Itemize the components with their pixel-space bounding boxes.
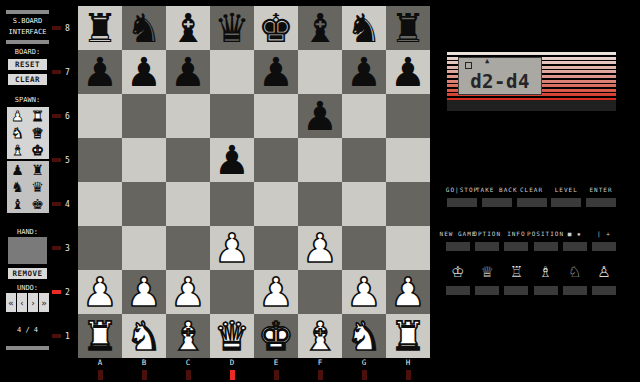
queen-piece-icon: ♕ xyxy=(480,264,493,282)
file-marker-h xyxy=(406,370,411,380)
spawn-black-rook-button[interactable]: ♜ xyxy=(28,162,47,178)
divider xyxy=(6,40,49,44)
white-pawn[interactable]: ♟ xyxy=(214,226,250,270)
file-label-c: C xyxy=(166,358,210,367)
knight-piece-icon: ♘ xyxy=(568,264,581,282)
file-label-f: F xyxy=(298,358,342,367)
square-g6[interactable] xyxy=(342,94,386,138)
rank-label-6: 6 xyxy=(65,112,70,121)
white-pawn[interactable]: ♟ xyxy=(170,270,206,314)
square-g4[interactable] xyxy=(342,182,386,226)
black-rook[interactable]: ♜ xyxy=(82,6,118,50)
rank-marker-4 xyxy=(52,202,61,206)
black-king[interactable]: ♚ xyxy=(258,6,294,50)
square-g5[interactable] xyxy=(342,138,386,182)
rank-row-5: 5 xyxy=(52,138,78,182)
rook-piece-icon: ♖ xyxy=(510,264,523,282)
go-stop-label: GO|STOP xyxy=(446,186,478,194)
square-c7[interactable]: ♟ xyxy=(166,50,210,94)
spawn-black-knight-button[interactable]: ♞ xyxy=(8,179,27,195)
lcd-turn-triangle-icon: ▲ xyxy=(485,57,489,65)
square-g2[interactable]: ♟ xyxy=(342,270,386,314)
spawn-white-bishop-icon: ♝ xyxy=(11,143,24,157)
square-h1[interactable]: ♜ xyxy=(386,314,430,358)
square-a1[interactable]: ♜ xyxy=(78,314,122,358)
level-label: LEVEL xyxy=(555,186,578,194)
file-label-e: E xyxy=(254,358,298,367)
square-h6[interactable] xyxy=(386,94,430,138)
spawn-white-rook-icon: ♜ xyxy=(31,109,44,123)
queen-group: ♕ xyxy=(475,264,499,295)
square-d2[interactable] xyxy=(210,270,254,314)
bar-plus-label: | + xyxy=(597,230,611,238)
spawn-black-pawn-button[interactable]: ♟ xyxy=(8,162,27,178)
square-h4[interactable] xyxy=(386,182,430,226)
square-c5[interactable] xyxy=(166,138,210,182)
square-d7[interactable] xyxy=(210,50,254,94)
reset-button[interactable]: RESET xyxy=(8,59,47,70)
square-c1[interactable]: ♝ xyxy=(166,314,210,358)
white-knight[interactable]: ♞ xyxy=(346,314,382,358)
square-h2[interactable]: ♟ xyxy=(386,270,430,314)
square-d6[interactable] xyxy=(210,94,254,138)
position-label: POSITION xyxy=(527,230,564,238)
spawn-white-knight-button[interactable]: ♞ xyxy=(8,125,27,141)
option-label: OPTION xyxy=(473,230,501,238)
go-stop-group: GO|STOP xyxy=(447,186,477,207)
rank-label-8: 8 xyxy=(65,24,70,33)
rank-row-2: 2 xyxy=(52,270,78,314)
square-b8[interactable]: ♞ xyxy=(122,6,166,50)
file-col-f: F xyxy=(298,358,342,380)
rank-row-8: 8 xyxy=(52,6,78,50)
panel-row-2: NEW GAMEOPTIONINFOPOSITION■ ▪| + xyxy=(446,230,616,251)
bishop-button[interactable] xyxy=(534,286,558,295)
square-e8[interactable]: ♚ xyxy=(254,6,298,50)
file-marker-c xyxy=(186,370,191,380)
square-c2[interactable]: ♟ xyxy=(166,270,210,314)
app-title-line1: S.BOARD xyxy=(0,16,55,27)
square-e7[interactable]: ♟ xyxy=(254,50,298,94)
square-a5[interactable] xyxy=(78,138,122,182)
square-a8[interactable]: ♜ xyxy=(78,6,122,50)
spawn-white-rook-button[interactable]: ♜ xyxy=(28,108,47,124)
hand-slot[interactable] xyxy=(8,237,47,264)
white-pawn[interactable]: ♟ xyxy=(258,270,294,314)
undo-counter: 4 / 4 xyxy=(0,326,55,334)
square-f5[interactable] xyxy=(298,138,342,182)
new-game-label: NEW GAME xyxy=(440,230,477,238)
square-b1[interactable]: ♞ xyxy=(122,314,166,358)
option-button[interactable] xyxy=(475,242,499,251)
white-pawn[interactable]: ♟ xyxy=(126,270,162,314)
king-piece-icon: ♔ xyxy=(451,264,464,282)
square-b5[interactable] xyxy=(122,138,166,182)
enter-label: ENTER xyxy=(589,186,612,194)
pawn-button[interactable] xyxy=(592,286,616,295)
square-f4[interactable] xyxy=(298,182,342,226)
square-e3[interactable] xyxy=(254,226,298,270)
rook-button[interactable] xyxy=(504,286,528,295)
square-a3[interactable] xyxy=(78,226,122,270)
file-col-g: G xyxy=(342,358,386,380)
take-back-label: TAKE BACK xyxy=(476,186,518,194)
spawn-black-knight-icon: ♞ xyxy=(11,180,24,194)
sidebar: S.BOARD INTERFACE BOARD: RESET CLEAR SPA… xyxy=(0,0,55,382)
rank-row-6: 6 xyxy=(52,94,78,138)
position-group: POSITION xyxy=(534,230,558,251)
take-back-group: TAKE BACK xyxy=(482,186,512,207)
bar-plus-button[interactable] xyxy=(592,242,616,251)
spawn-white-pawn-icon: ♟ xyxy=(11,109,24,123)
rank-label-7: 7 xyxy=(65,68,70,77)
level-button[interactable] xyxy=(551,198,581,207)
take-back-button[interactable] xyxy=(482,198,512,207)
square-e2[interactable]: ♟ xyxy=(254,270,298,314)
black-pawn[interactable]: ♟ xyxy=(258,50,294,94)
spawn-black-queen-icon: ♛ xyxy=(31,180,44,194)
spawn-white-queen-icon: ♛ xyxy=(31,126,44,140)
new-game-group: NEW GAME xyxy=(446,230,470,251)
square-f3[interactable]: ♟ xyxy=(298,226,342,270)
file-marker-f xyxy=(318,370,323,380)
board-section-label: BOARD: xyxy=(0,48,55,56)
undo-section-label: UNDO: xyxy=(0,284,55,292)
clear-button[interactable] xyxy=(517,198,547,207)
undo-controls: «‹›» xyxy=(6,293,49,312)
spawn-palette-black: ♟♜♞♛♝♚ xyxy=(7,161,49,213)
square-b2[interactable]: ♟ xyxy=(122,270,166,314)
rank-row-1: 1 xyxy=(52,314,78,358)
rank-label-2: 2 xyxy=(65,288,70,297)
spawn-white-queen-button[interactable]: ♛ xyxy=(28,125,47,141)
undo-back-button[interactable]: ‹ xyxy=(17,293,27,312)
spawn-white-pawn-button[interactable]: ♟ xyxy=(8,108,27,124)
file-col-d: D xyxy=(210,358,254,380)
white-pawn[interactable]: ♟ xyxy=(346,270,382,314)
file-col-b: B xyxy=(122,358,166,380)
clear-group: CLEAR xyxy=(517,186,547,207)
panel-row-3: ♔♕♖♗♘♙ xyxy=(446,264,616,295)
square-a7[interactable]: ♟ xyxy=(78,50,122,94)
black-bishop[interactable]: ♝ xyxy=(302,6,338,50)
spawn-black-king-button[interactable]: ♚ xyxy=(28,196,47,212)
white-queen[interactable]: ♛ xyxy=(214,314,250,358)
info-group: INFO xyxy=(504,230,528,251)
file-marker-b xyxy=(142,370,147,380)
square-b3[interactable] xyxy=(122,226,166,270)
rank-label-3: 3 xyxy=(65,244,70,253)
info-button[interactable] xyxy=(504,242,528,251)
black-pawn[interactable]: ♟ xyxy=(390,50,426,94)
file-label-g: G xyxy=(342,358,386,367)
file-marker-g xyxy=(362,370,367,380)
square-e5[interactable] xyxy=(254,138,298,182)
file-col-c: C xyxy=(166,358,210,380)
square-h7[interactable]: ♟ xyxy=(386,50,430,94)
app-title: S.BOARD INTERFACE xyxy=(0,16,55,38)
go-stop-button[interactable] xyxy=(447,198,477,207)
undo-last-button[interactable]: » xyxy=(39,293,49,312)
rank-marker-7 xyxy=(52,70,61,74)
lcd-bezel-bar xyxy=(447,100,616,111)
square-h8[interactable]: ♜ xyxy=(386,6,430,50)
black-pawn[interactable]: ♟ xyxy=(170,50,206,94)
undo-first-button[interactable]: « xyxy=(6,293,16,312)
spawn-white-knight-icon: ♞ xyxy=(11,126,24,140)
square-a2[interactable]: ♟ xyxy=(78,270,122,314)
black-knight[interactable]: ♞ xyxy=(126,6,162,50)
square-c4[interactable] xyxy=(166,182,210,226)
square-d1[interactable]: ♛ xyxy=(210,314,254,358)
chess-interface: S.BOARD INTERFACE BOARD: RESET CLEAR SPA… xyxy=(0,0,640,382)
lcd-square-icon xyxy=(465,62,472,69)
white-pawn[interactable]: ♟ xyxy=(390,270,426,314)
white-knight[interactable]: ♞ xyxy=(126,314,162,358)
white-bishop[interactable]: ♝ xyxy=(302,314,338,358)
knight-button[interactable] xyxy=(563,286,587,295)
chess-board: ♜♞♝♛♚♝♞♜♟♟♟♟♟♟♟♟♟♟♟♟♟♟♟♟♜♞♝♛♚♝♞♜ xyxy=(78,6,430,358)
enter-button[interactable] xyxy=(586,198,616,207)
black-bishop[interactable]: ♝ xyxy=(170,6,206,50)
white-pawn[interactable]: ♟ xyxy=(302,226,338,270)
black-pawn[interactable]: ♟ xyxy=(302,94,338,138)
file-label-a: A xyxy=(78,358,122,367)
option-group: OPTION xyxy=(475,230,499,251)
rank-marker-8 xyxy=(52,26,61,30)
file-label-d: D xyxy=(210,358,254,367)
square-d3[interactable]: ♟ xyxy=(210,226,254,270)
spawn-black-king-icon: ♚ xyxy=(31,197,44,211)
spawn-black-bishop-icon: ♝ xyxy=(11,197,24,211)
pawn-piece-icon: ♙ xyxy=(597,264,610,282)
rank-row-3: 3 xyxy=(52,226,78,270)
rank-label-4: 4 xyxy=(65,200,70,209)
rank-marker-1 xyxy=(52,334,61,338)
divider xyxy=(6,346,49,350)
rank-label-1: 1 xyxy=(65,332,70,341)
white-king[interactable]: ♚ xyxy=(258,314,294,358)
square-a4[interactable] xyxy=(78,182,122,226)
square-f1[interactable]: ♝ xyxy=(298,314,342,358)
spawn-white-king-button[interactable]: ♚ xyxy=(28,142,47,158)
rank-marker-6 xyxy=(52,114,61,118)
square-g8[interactable]: ♞ xyxy=(342,6,386,50)
panel-row-1: GO|STOPTAKE BACKCLEARLEVELENTER xyxy=(447,186,616,207)
file-col-a: A xyxy=(78,358,122,380)
lcd-move-text: d2-d4 xyxy=(459,70,541,92)
bishop-group: ♗ xyxy=(534,264,558,295)
white-pawn[interactable]: ♟ xyxy=(82,270,118,314)
clear-label: CLEAR xyxy=(520,186,543,194)
spawn-white-bishop-button[interactable]: ♝ xyxy=(8,142,27,158)
file-col-e: E xyxy=(254,358,298,380)
square-c8[interactable]: ♝ xyxy=(166,6,210,50)
rank-marker-2 xyxy=(52,290,61,294)
spawn-palette-white: ♟♜♞♛♝♚ xyxy=(7,107,49,159)
spawn-black-bishop-button[interactable]: ♝ xyxy=(8,196,27,212)
undo-forward-button[interactable]: › xyxy=(28,293,38,312)
square-h5[interactable] xyxy=(386,138,430,182)
square-b7[interactable]: ♟ xyxy=(122,50,166,94)
remove-button[interactable]: REMOVE xyxy=(8,268,47,279)
file-marker-a xyxy=(98,370,103,380)
square-d4[interactable] xyxy=(210,182,254,226)
square-c6[interactable] xyxy=(166,94,210,138)
info-label: INFO xyxy=(507,230,525,238)
rank-row-4: 4 xyxy=(52,182,78,226)
enter-group: ENTER xyxy=(586,186,616,207)
black-pawn[interactable]: ♟ xyxy=(126,50,162,94)
bar-plus-group: | + xyxy=(592,230,616,251)
king-button[interactable] xyxy=(446,286,470,295)
square-d5[interactable]: ♟ xyxy=(210,138,254,182)
white-black-square-label: ■ ▪ xyxy=(568,230,582,238)
rank-marker-3 xyxy=(52,246,61,250)
spawn-black-rook-icon: ♜ xyxy=(31,163,44,177)
queen-button[interactable] xyxy=(475,286,499,295)
white-rook[interactable]: ♜ xyxy=(390,314,426,358)
file-label-h: H xyxy=(386,358,430,367)
rank-row-7: 7 xyxy=(52,50,78,94)
square-b6[interactable] xyxy=(122,94,166,138)
app-title-line2: INTERFACE xyxy=(0,27,55,38)
position-button[interactable] xyxy=(534,242,558,251)
black-rook[interactable]: ♜ xyxy=(390,6,426,50)
black-pawn[interactable]: ♟ xyxy=(82,50,118,94)
black-pawn[interactable]: ♟ xyxy=(214,138,250,182)
hand-section-label: HAND: xyxy=(0,228,55,236)
square-g3[interactable] xyxy=(342,226,386,270)
square-g1[interactable]: ♞ xyxy=(342,314,386,358)
square-h3[interactable] xyxy=(386,226,430,270)
file-marker-d xyxy=(230,370,235,380)
bishop-piece-icon: ♗ xyxy=(539,264,552,282)
square-e1[interactable]: ♚ xyxy=(254,314,298,358)
pawn-group: ♙ xyxy=(592,264,616,295)
spawn-section-label: SPAWN: xyxy=(0,96,55,104)
knight-group: ♘ xyxy=(563,264,587,295)
square-g7[interactable]: ♟ xyxy=(342,50,386,94)
rook-group: ♖ xyxy=(504,264,528,295)
king-group: ♔ xyxy=(446,264,470,295)
square-e6[interactable] xyxy=(254,94,298,138)
rank-marker-5 xyxy=(52,158,61,162)
new-game-button[interactable] xyxy=(446,242,470,251)
spawn-black-queen-button[interactable]: ♛ xyxy=(28,179,47,195)
level-group: LEVEL xyxy=(551,186,581,207)
file-marker-e xyxy=(274,370,279,380)
file-label-b: B xyxy=(122,358,166,367)
white-bishop[interactable]: ♝ xyxy=(170,314,206,358)
white-black-square-group: ■ ▪ xyxy=(563,230,587,251)
square-f7[interactable] xyxy=(298,50,342,94)
square-e4[interactable] xyxy=(254,182,298,226)
white-rook[interactable]: ♜ xyxy=(82,314,118,358)
square-f8[interactable]: ♝ xyxy=(298,6,342,50)
spawn-white-king-icon: ♚ xyxy=(31,143,44,157)
black-knight[interactable]: ♞ xyxy=(346,6,382,50)
file-col-h: H xyxy=(386,358,430,380)
square-c3[interactable] xyxy=(166,226,210,270)
lcd-display: ▲ d2-d4 xyxy=(458,57,542,95)
square-a6[interactable] xyxy=(78,94,122,138)
white-black-square-button[interactable] xyxy=(563,242,587,251)
black-pawn[interactable]: ♟ xyxy=(346,50,382,94)
divider xyxy=(6,10,49,14)
square-b4[interactable] xyxy=(122,182,166,226)
square-f2[interactable] xyxy=(298,270,342,314)
square-f6[interactable]: ♟ xyxy=(298,94,342,138)
square-d8[interactable]: ♛ xyxy=(210,6,254,50)
spawn-black-pawn-icon: ♟ xyxy=(11,163,24,177)
black-queen[interactable]: ♛ xyxy=(214,6,250,50)
rank-label-5: 5 xyxy=(65,156,70,165)
clear-button[interactable]: CLEAR xyxy=(8,74,47,85)
